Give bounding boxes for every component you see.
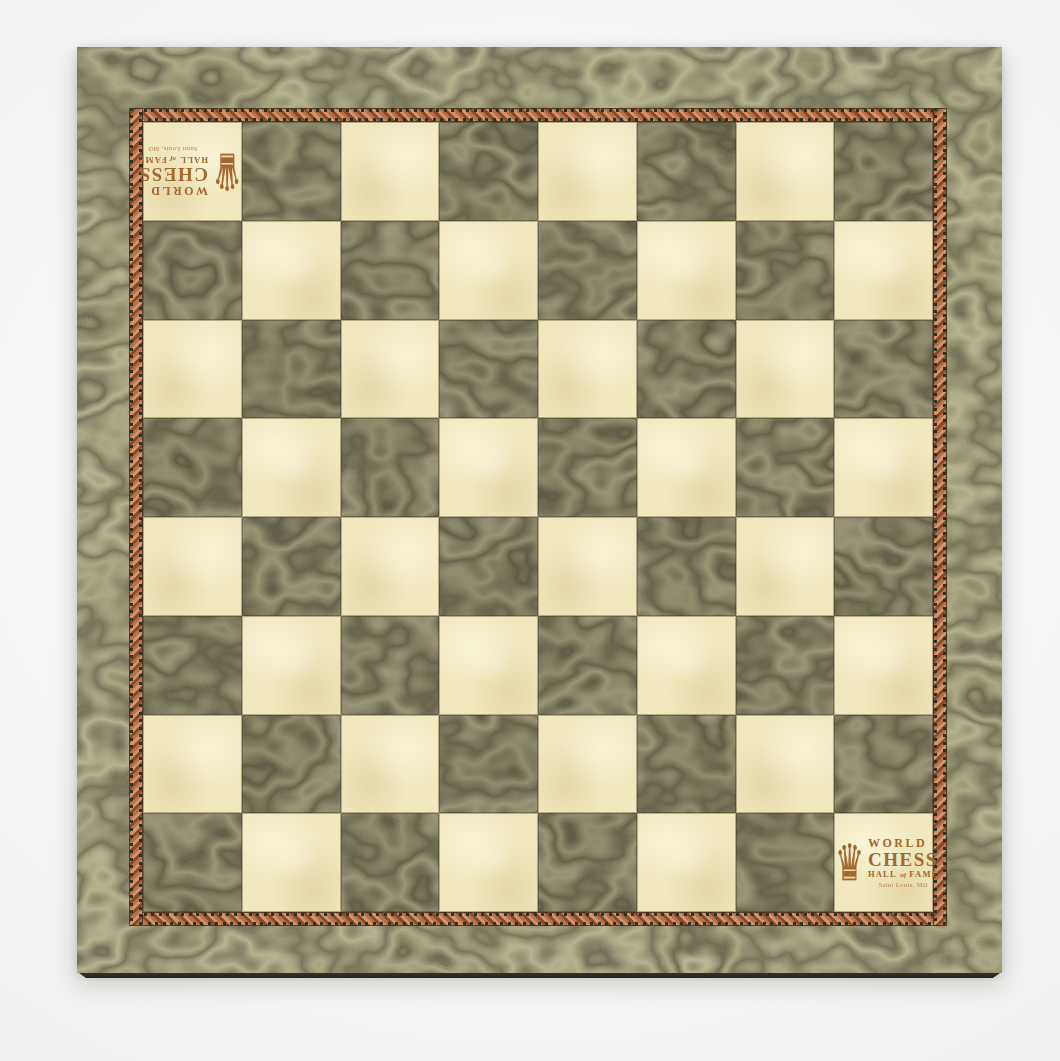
square-d6[interactable]: [439, 320, 538, 419]
square-h6[interactable]: [834, 320, 933, 419]
square-d8[interactable]: [439, 122, 538, 221]
square-d1[interactable]: [439, 813, 538, 912]
inlay-trim-top: [129, 108, 947, 122]
square-d4[interactable]: [439, 517, 538, 616]
square-c1[interactable]: [341, 813, 440, 912]
square-d3[interactable]: [439, 616, 538, 715]
square-c2[interactable]: [341, 715, 440, 814]
square-c7[interactable]: [341, 221, 440, 320]
square-b1[interactable]: [242, 813, 341, 912]
chess-board: ♛ WORLD CHESS HALL of FAME Saint Louis, …: [77, 47, 1002, 973]
square-e1[interactable]: [538, 813, 637, 912]
square-b5[interactable]: [242, 418, 341, 517]
square-h1[interactable]: [834, 813, 933, 912]
square-g1[interactable]: [736, 813, 835, 912]
square-a6[interactable]: [143, 320, 242, 419]
square-c6[interactable]: [341, 320, 440, 419]
square-b8[interactable]: [242, 122, 341, 221]
inlay-trim-left: [129, 108, 143, 926]
inlay-trim-right: [933, 108, 947, 926]
square-a3[interactable]: [143, 616, 242, 715]
square-a4[interactable]: [143, 517, 242, 616]
inlay-trim-bottom: [129, 912, 947, 926]
square-f6[interactable]: [637, 320, 736, 419]
square-b2[interactable]: [242, 715, 341, 814]
square-b3[interactable]: [242, 616, 341, 715]
square-c8[interactable]: [341, 122, 440, 221]
square-a8[interactable]: [143, 122, 242, 221]
square-g5[interactable]: [736, 418, 835, 517]
square-f7[interactable]: [637, 221, 736, 320]
square-c4[interactable]: [341, 517, 440, 616]
square-a5[interactable]: [143, 418, 242, 517]
square-e7[interactable]: [538, 221, 637, 320]
square-f3[interactable]: [637, 616, 736, 715]
square-h8[interactable]: [834, 122, 933, 221]
square-f2[interactable]: [637, 715, 736, 814]
square-e2[interactable]: [538, 715, 637, 814]
square-e4[interactable]: [538, 517, 637, 616]
square-d7[interactable]: [439, 221, 538, 320]
square-c5[interactable]: [341, 418, 440, 517]
square-d2[interactable]: [439, 715, 538, 814]
square-g4[interactable]: [736, 517, 835, 616]
square-a1[interactable]: [143, 813, 242, 912]
square-e3[interactable]: [538, 616, 637, 715]
square-f1[interactable]: [637, 813, 736, 912]
square-g6[interactable]: [736, 320, 835, 419]
square-b4[interactable]: [242, 517, 341, 616]
square-a2[interactable]: [143, 715, 242, 814]
square-h4[interactable]: [834, 517, 933, 616]
playing-field: ♛ WORLD CHESS HALL of FAME Saint Louis, …: [143, 122, 933, 912]
square-h2[interactable]: [834, 715, 933, 814]
square-b6[interactable]: [242, 320, 341, 419]
square-f5[interactable]: [637, 418, 736, 517]
square-a7[interactable]: [143, 221, 242, 320]
square-g3[interactable]: [736, 616, 835, 715]
square-h7[interactable]: [834, 221, 933, 320]
square-h3[interactable]: [834, 616, 933, 715]
square-g7[interactable]: [736, 221, 835, 320]
square-f4[interactable]: [637, 517, 736, 616]
square-e6[interactable]: [538, 320, 637, 419]
square-e5[interactable]: [538, 418, 637, 517]
square-c3[interactable]: [341, 616, 440, 715]
square-g2[interactable]: [736, 715, 835, 814]
square-g8[interactable]: [736, 122, 835, 221]
square-d5[interactable]: [439, 418, 538, 517]
square-h5[interactable]: [834, 418, 933, 517]
square-e8[interactable]: [538, 122, 637, 221]
square-b7[interactable]: [242, 221, 341, 320]
square-f8[interactable]: [637, 122, 736, 221]
